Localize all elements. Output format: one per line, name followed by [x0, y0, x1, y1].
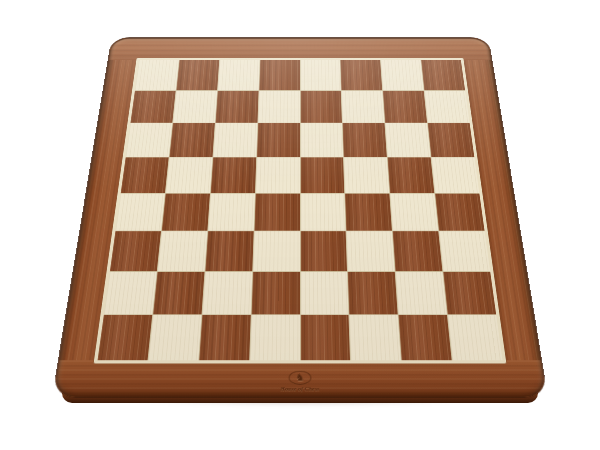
square-a6	[126, 123, 172, 157]
square-b4	[162, 193, 210, 231]
square-c3	[205, 232, 253, 272]
square-b8	[176, 60, 219, 90]
square-b3	[157, 232, 207, 272]
square-h7	[424, 91, 469, 123]
square-d1	[250, 315, 300, 360]
square-b2	[153, 272, 204, 314]
square-g4	[390, 193, 438, 231]
square-c5	[211, 157, 256, 192]
square-g5	[388, 157, 435, 192]
square-g6	[385, 123, 430, 157]
square-g8	[381, 60, 424, 90]
square-f1	[350, 315, 401, 360]
square-e5	[300, 157, 344, 192]
square-h2	[443, 272, 496, 314]
square-e7	[300, 91, 342, 123]
square-h1	[448, 315, 503, 360]
square-a4	[115, 193, 164, 231]
square-d2	[251, 272, 299, 314]
square-h6	[428, 123, 474, 157]
square-g1	[399, 315, 452, 360]
square-a7	[130, 91, 175, 123]
square-e6	[300, 123, 343, 157]
square-d7	[258, 91, 300, 123]
board-squares	[98, 60, 503, 360]
square-f2	[348, 272, 398, 314]
square-b6	[169, 123, 214, 157]
square-f5	[344, 157, 389, 192]
square-h5	[431, 157, 479, 192]
square-d5	[255, 157, 299, 192]
square-b1	[148, 315, 201, 360]
square-e1	[300, 315, 350, 360]
product-photo: ♞ House of Chess	[0, 0, 600, 450]
square-e4	[300, 193, 345, 231]
square-c6	[213, 123, 257, 157]
square-c2	[202, 272, 252, 314]
square-e3	[300, 232, 347, 272]
frame-rail-top	[108, 38, 491, 60]
square-e8	[300, 60, 341, 90]
square-e2	[300, 272, 348, 314]
square-f4	[345, 193, 392, 231]
square-a1	[98, 315, 153, 360]
square-f6	[343, 123, 387, 157]
square-g3	[393, 232, 443, 272]
knight-emblem-icon: ♞	[289, 371, 312, 385]
square-a8	[135, 60, 179, 90]
square-c8	[218, 60, 260, 90]
square-d4	[254, 193, 299, 231]
square-c1	[199, 315, 250, 360]
square-h8	[421, 60, 465, 90]
square-f8	[341, 60, 383, 90]
square-h3	[439, 232, 490, 272]
square-f3	[347, 232, 395, 272]
square-g7	[383, 91, 427, 123]
square-f7	[342, 91, 385, 123]
square-c7	[215, 91, 258, 123]
square-a2	[104, 272, 157, 314]
square-c4	[208, 193, 255, 231]
square-d8	[259, 60, 300, 90]
square-b7	[173, 91, 217, 123]
brand-logo: ♞ House of Chess	[272, 371, 328, 393]
square-d6	[257, 123, 300, 157]
square-h4	[435, 193, 484, 231]
square-b5	[166, 157, 213, 192]
square-a3	[110, 232, 161, 272]
square-d3	[253, 232, 300, 272]
chess-board: ♞ House of Chess	[53, 38, 548, 398]
square-g2	[396, 272, 447, 314]
square-a5	[121, 157, 169, 192]
brand-logo-text: House of Chess	[272, 386, 328, 393]
